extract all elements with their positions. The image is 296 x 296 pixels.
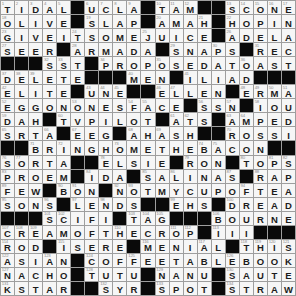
cell-r4c16[interactable]: 30P [212, 43, 225, 56]
cell-r8c4[interactable]: O [43, 99, 56, 112]
cell-r16c21[interactable]: E [282, 212, 295, 225]
cell-r1c13[interactable]: 11A [170, 1, 183, 14]
cell-r12c1[interactable]: 76S [1, 156, 14, 169]
cell-r14c17[interactable]: O [226, 184, 239, 197]
cell-r6c11[interactable]: E [141, 71, 154, 84]
cell-r16c6[interactable]: I [71, 212, 84, 225]
cell-r17c14[interactable]: 112P [184, 226, 197, 239]
cell-r7c1[interactable]: 42E [1, 85, 14, 98]
cell-r1c8[interactable]: 7C [99, 1, 112, 14]
cell-r15c19[interactable]: E [254, 198, 267, 211]
cell-r9c18[interactable]: 64M [240, 113, 253, 126]
cell-r15c17[interactable]: 100D [226, 198, 239, 211]
cell-r18c7[interactable]: E [85, 240, 98, 253]
cell-r5c6[interactable]: T [71, 57, 84, 70]
cell-r8c19[interactable]: 58I [254, 99, 267, 112]
cell-r19c4[interactable]: 123A [43, 254, 56, 267]
cell-r15c4[interactable]: 96S [43, 198, 56, 211]
cell-r12c2[interactable]: 77O [15, 156, 28, 169]
cell-r11c14[interactable]: E [184, 141, 197, 154]
cell-r11c15[interactable]: 74B [198, 141, 211, 154]
cell-r10c3[interactable]: T [29, 127, 42, 140]
cell-r11c9[interactable]: 73O [113, 141, 126, 154]
cell-r5c19[interactable]: A [254, 57, 267, 70]
cell-r4c20[interactable]: E [268, 43, 281, 56]
cell-r8c10[interactable]: 54F [127, 99, 140, 112]
cell-r9c8[interactable]: I [99, 113, 112, 126]
cell-r14c3[interactable]: W [29, 184, 42, 197]
cell-r19c5[interactable]: N [57, 254, 70, 267]
cell-r8c9[interactable]: S [113, 99, 126, 112]
cell-r11c19[interactable]: N [254, 141, 267, 154]
cell-r20c9[interactable]: T [113, 268, 126, 281]
cell-r3c20[interactable]: L [268, 29, 281, 42]
cell-r20c5[interactable]: O [57, 268, 70, 281]
cell-r4c11[interactable]: A [141, 43, 154, 56]
cell-r15c14[interactable]: H [184, 198, 197, 211]
cell-r2c2[interactable]: L [15, 15, 28, 28]
cell-r18c18[interactable]: 118T [240, 240, 253, 253]
cell-r13c19[interactable]: 88R [254, 170, 267, 183]
cell-r14c21[interactable]: A [282, 184, 295, 197]
cell-r10c7[interactable]: E [85, 127, 98, 140]
cell-r1c7[interactable]: 6U [85, 1, 98, 14]
cell-r10c6[interactable]: 67E [71, 127, 84, 140]
cell-r13c5[interactable]: M [57, 170, 70, 183]
cell-r2c20[interactable]: I [268, 15, 281, 28]
cell-r9c21[interactable]: D [282, 113, 295, 126]
cell-r1c21[interactable]: 17E [282, 1, 295, 14]
cell-r10c21[interactable]: I [282, 127, 295, 140]
cell-r15c7[interactable]: E [85, 198, 98, 211]
cell-r13c17[interactable]: 87S [226, 170, 239, 183]
cell-r3c21[interactable]: A [282, 29, 295, 42]
cell-r13c12[interactable]: A [156, 170, 169, 183]
cell-r4c15[interactable]: A [198, 43, 211, 56]
cell-r3c10[interactable]: E [127, 29, 140, 42]
cell-r2c15[interactable]: 21H [198, 15, 211, 28]
cell-r2c7[interactable]: 19S [85, 15, 98, 28]
cell-r8c2[interactable]: G [15, 99, 28, 112]
cell-r8c7[interactable]: N [85, 99, 98, 112]
cell-r21c20[interactable]: A [268, 282, 281, 295]
cell-r7c9[interactable]: 45E [113, 85, 126, 98]
cell-r14c9[interactable]: 92N [113, 184, 126, 197]
cell-r13c20[interactable]: A [268, 170, 281, 183]
cell-r1c2[interactable]: 2I [15, 1, 28, 14]
cell-r15c8[interactable]: 98N [99, 198, 112, 211]
cell-r12c8[interactable]: 78E [99, 156, 112, 169]
cell-r19c9[interactable]: F [113, 254, 126, 267]
cell-r10c1[interactable]: 65S [1, 127, 14, 140]
cell-r9c14[interactable]: 62T [184, 113, 197, 126]
cell-r19c15[interactable]: B [198, 254, 211, 267]
cell-r6c4[interactable]: E [43, 71, 56, 84]
cell-r11c17[interactable]: C [226, 141, 239, 154]
cell-r18c1[interactable]: 114R [1, 240, 14, 253]
cell-r19c20[interactable]: O [268, 254, 281, 267]
cell-r3c9[interactable]: M [113, 29, 126, 42]
cell-r8c13[interactable]: E [170, 99, 183, 112]
cell-r18c6[interactable]: S [71, 240, 84, 253]
cell-r4c10[interactable]: D [127, 43, 140, 56]
cell-r18c19[interactable]: 119H [254, 240, 267, 253]
cell-r21c15[interactable]: T [198, 282, 211, 295]
cell-r5c9[interactable]: R [113, 57, 126, 70]
cell-r3c5[interactable]: I [57, 29, 70, 42]
cell-r14c6[interactable]: 91O [71, 184, 84, 197]
cell-r15c6[interactable]: 97L [71, 198, 84, 211]
cell-r17c4[interactable]: A [43, 226, 56, 239]
cell-r11c11[interactable]: E [141, 141, 154, 154]
cell-r20c20[interactable]: T [268, 268, 281, 281]
cell-r7c15[interactable]: E [198, 85, 211, 98]
cell-r14c11[interactable]: T [141, 184, 154, 197]
cell-r14c16[interactable]: P [212, 184, 225, 197]
cell-r5c16[interactable]: A [212, 57, 225, 70]
cell-r13c16[interactable]: A [212, 170, 225, 183]
cell-r20c4[interactable]: H [43, 268, 56, 281]
cell-r3c3[interactable]: V [29, 29, 42, 42]
cell-r3c12[interactable]: U [156, 29, 169, 42]
cell-r3c14[interactable]: C [184, 29, 197, 42]
cell-r1c1[interactable]: 1T [1, 1, 14, 14]
cell-r5c20[interactable]: S [268, 57, 281, 70]
cell-r11c16[interactable]: 75A [212, 141, 225, 154]
cell-r15c20[interactable]: A [268, 198, 281, 211]
cell-r14c12[interactable]: M [156, 184, 169, 197]
cell-r15c18[interactable]: R [240, 198, 253, 211]
cell-r5c12[interactable]: 35O [156, 57, 169, 70]
cell-r13c7[interactable]: 84I [85, 170, 98, 183]
cell-r20c14[interactable]: N [184, 268, 197, 281]
cell-r16c7[interactable]: F [85, 212, 98, 225]
cell-r20c21[interactable]: E [282, 268, 295, 281]
cell-r10c4[interactable]: 66A [43, 127, 56, 140]
cell-r1c10[interactable]: 9A [127, 1, 140, 14]
cell-r7c21[interactable]: 51A [282, 85, 295, 98]
cell-r7c2[interactable]: L [15, 85, 28, 98]
cell-r19c19[interactable]: O [254, 254, 267, 267]
cell-r19c13[interactable]: T [170, 254, 183, 267]
cell-r19c16[interactable]: L [212, 254, 225, 267]
cell-r3c18[interactable]: D [240, 29, 253, 42]
cell-r11c3[interactable]: 71B [29, 141, 42, 154]
cell-r11c13[interactable]: H [170, 141, 183, 154]
cell-r5c11[interactable]: P [141, 57, 154, 70]
cell-r11c18[interactable]: O [240, 141, 253, 154]
cell-r9c7[interactable]: P [85, 113, 98, 126]
cell-r4c17[interactable]: S [226, 43, 239, 56]
cell-r1c12[interactable]: 10T [156, 1, 169, 14]
cell-r2c3[interactable]: I [29, 15, 42, 28]
cell-r12c9[interactable]: L [113, 156, 126, 169]
cell-r17c7[interactable]: F [85, 226, 98, 239]
cell-r14c19[interactable]: T [254, 184, 267, 197]
cell-r7c4[interactable]: T [43, 85, 56, 98]
cell-r10c2[interactable]: R [15, 127, 28, 140]
cell-r17c1[interactable]: 107C [1, 226, 14, 239]
cell-r10c18[interactable]: O [240, 127, 253, 140]
cell-r17c3[interactable]: 109E [29, 226, 42, 239]
cell-r7c16[interactable]: N [212, 85, 225, 98]
cell-r4c19[interactable]: 31R [254, 43, 267, 56]
cell-r18c8[interactable]: R [99, 240, 112, 253]
cell-r20c18[interactable]: A [240, 268, 253, 281]
cell-r17c8[interactable]: T [99, 226, 112, 239]
cell-r8c11[interactable]: 55A [141, 99, 154, 112]
cell-r13c21[interactable]: P [282, 170, 295, 183]
cell-r20c3[interactable]: C [29, 268, 42, 281]
cell-r16c5[interactable]: 102C [57, 212, 70, 225]
cell-r10c8[interactable]: G [99, 127, 112, 140]
cell-r12c4[interactable]: T [43, 156, 56, 169]
cell-r1c18[interactable]: 14C [240, 1, 253, 14]
cell-r5c18[interactable]: 36O [240, 57, 253, 70]
cell-r9c10[interactable]: O [127, 113, 140, 126]
cell-r20c7[interactable]: 128T [85, 268, 98, 281]
cell-r3c11[interactable]: 25J [141, 29, 154, 42]
cell-r7c20[interactable]: 50M [268, 85, 281, 98]
cell-r2c9[interactable]: A [113, 15, 126, 28]
cell-r2c18[interactable]: O [240, 15, 253, 28]
cell-r18c16[interactable]: L [212, 240, 225, 253]
cell-r13c14[interactable]: I [184, 170, 197, 183]
cell-r7c19[interactable]: 49R [254, 85, 267, 98]
cell-r5c10[interactable]: O [127, 57, 140, 70]
cell-r18c11[interactable]: 116M [141, 240, 154, 253]
cell-r20c15[interactable]: U [198, 268, 211, 281]
cell-r15c1[interactable]: 95S [1, 198, 14, 211]
cell-r8c20[interactable]: O [268, 99, 281, 112]
cell-r21c17[interactable]: 134S [226, 282, 239, 295]
cell-r17c16[interactable]: 113I [212, 226, 225, 239]
cell-r19c14[interactable]: A [184, 254, 197, 267]
cell-r2c10[interactable]: P [127, 15, 140, 28]
cell-r11c8[interactable]: H [99, 141, 112, 154]
cell-r16c19[interactable]: R [254, 212, 267, 225]
cell-r20c10[interactable]: U [127, 268, 140, 281]
cell-r6c12[interactable]: N [156, 71, 169, 84]
cell-r21c2[interactable]: S [15, 282, 28, 295]
cell-r16c18[interactable]: U [240, 212, 253, 225]
cell-r7c14[interactable]: L [184, 85, 197, 98]
cell-r3c2[interactable]: I [15, 29, 28, 42]
cell-r21c12[interactable]: 133S [156, 282, 169, 295]
cell-r15c10[interactable]: S [127, 198, 140, 211]
cell-r14c13[interactable]: Y [170, 184, 183, 197]
cell-r8c3[interactable]: G [29, 99, 42, 112]
cell-r5c21[interactable]: T [282, 57, 295, 70]
cell-r1c19[interactable]: 15O [254, 1, 267, 14]
cell-r16c8[interactable]: I [99, 212, 112, 225]
cell-r10c14[interactable]: H [184, 127, 197, 140]
cell-r15c3[interactable]: N [29, 198, 42, 211]
cell-r19c11[interactable]: E [141, 254, 154, 267]
cell-r1c17[interactable]: 13S [226, 1, 239, 14]
cell-r9c11[interactable]: T [141, 113, 154, 126]
cell-r17c2[interactable]: 108R [15, 226, 28, 239]
cell-r10c13[interactable]: S [170, 127, 183, 140]
cell-r13c4[interactable]: E [43, 170, 56, 183]
cell-r1c5[interactable]: 5L [57, 1, 70, 14]
cell-r19c17[interactable]: 126E [226, 254, 239, 267]
cell-r19c8[interactable]: O [99, 254, 112, 267]
cell-r11c6[interactable]: N [71, 141, 84, 154]
cell-r10c12[interactable]: 69A [156, 127, 169, 140]
cell-r7c8[interactable]: 44N [99, 85, 112, 98]
cell-r13c13[interactable]: 86L [170, 170, 183, 183]
cell-r12c12[interactable]: E [156, 156, 169, 169]
cell-r15c2[interactable]: O [15, 198, 28, 211]
cell-r18c13[interactable]: N [170, 240, 183, 253]
cell-r4c7[interactable]: R [85, 43, 98, 56]
cell-r5c8[interactable]: 34P [99, 57, 112, 70]
cell-r5c4[interactable]: 32S [43, 57, 56, 70]
cell-r19c18[interactable]: B [240, 254, 253, 267]
cell-r6c3[interactable]: 39L [29, 71, 42, 84]
cell-r17c11[interactable]: C [141, 226, 154, 239]
cell-r18c20[interactable]: 120I [268, 240, 281, 253]
cell-r1c14[interactable]: 12M [184, 1, 197, 14]
cell-r7c13[interactable]: 47L [170, 85, 183, 98]
cell-r14c20[interactable]: E [268, 184, 281, 197]
cell-r5c14[interactable]: E [184, 57, 197, 70]
cell-r6c18[interactable]: D [240, 71, 253, 84]
cell-r14c10[interactable]: 93O [127, 184, 140, 197]
cell-r16c10[interactable]: 103T [127, 212, 140, 225]
cell-r12c18[interactable]: 80T [240, 156, 253, 169]
cell-r21c19[interactable]: R [254, 282, 267, 295]
cell-r2c13[interactable]: M [170, 15, 183, 28]
cell-r12c19[interactable]: O [254, 156, 267, 169]
cell-r18c9[interactable]: E [113, 240, 126, 253]
cell-r20c12[interactable]: 129N [156, 268, 169, 281]
cell-r2c14[interactable]: A [184, 15, 197, 28]
cell-r18c12[interactable]: E [156, 240, 169, 253]
cell-r17c13[interactable]: 111O [170, 226, 183, 239]
cell-r20c13[interactable]: A [170, 268, 183, 281]
cell-r17c17[interactable]: I [226, 226, 239, 239]
cell-r17c10[interactable]: E [127, 226, 140, 239]
cell-r18c14[interactable]: I [184, 240, 197, 253]
cell-r3c6[interactable]: 24T [71, 29, 84, 42]
cell-r11c10[interactable]: M [127, 141, 140, 154]
cell-r11c4[interactable]: R [43, 141, 56, 154]
cell-r20c2[interactable]: A [15, 268, 28, 281]
cell-r12c11[interactable]: I [141, 156, 154, 169]
cell-r6c10[interactable]: 40M [127, 71, 140, 84]
cell-r4c9[interactable]: A [113, 43, 126, 56]
cell-r9c1[interactable]: 59D [1, 113, 14, 126]
cell-r5c15[interactable]: D [198, 57, 211, 70]
cell-r13c8[interactable]: D [99, 170, 112, 183]
cell-r21c5[interactable]: R [57, 282, 70, 295]
cell-r19c10[interactable]: 125F [127, 254, 140, 267]
cell-r17c6[interactable]: O [71, 226, 84, 239]
cell-r8c16[interactable]: S [212, 99, 225, 112]
cell-r6c16[interactable]: I [212, 71, 225, 84]
cell-r2c5[interactable]: E [57, 15, 70, 28]
cell-r16c20[interactable]: N [268, 212, 281, 225]
cell-r13c2[interactable]: R [15, 170, 28, 183]
cell-r16c4[interactable]: 101S [43, 212, 56, 225]
cell-r12c14[interactable]: 79R [184, 156, 197, 169]
cell-r1c4[interactable]: 4A [43, 1, 56, 14]
cell-r17c18[interactable]: I [240, 226, 253, 239]
cell-r12c5[interactable]: A [57, 156, 70, 169]
cell-r4c21[interactable]: C [282, 43, 295, 56]
cell-r4c8[interactable]: M [99, 43, 112, 56]
cell-r10c11[interactable]: H [141, 127, 154, 140]
cell-r2c17[interactable]: 22H [226, 15, 239, 28]
cell-r19c3[interactable]: I [29, 254, 42, 267]
cell-r3c7[interactable]: S [85, 29, 98, 42]
cell-r9c20[interactable]: E [268, 113, 281, 126]
cell-r6c5[interactable]: T [57, 71, 70, 84]
cell-r3c1[interactable]: 23G [1, 29, 14, 42]
cell-r21c3[interactable]: T [29, 282, 42, 295]
cell-r2c12[interactable]: 20A [156, 15, 169, 28]
cell-r13c9[interactable]: A [113, 170, 126, 183]
cell-r21c9[interactable]: Y [113, 282, 126, 295]
cell-r2c4[interactable]: V [43, 15, 56, 28]
cell-r12c15[interactable]: O [198, 156, 211, 169]
cell-r21c13[interactable]: P [170, 282, 183, 295]
cell-r1c3[interactable]: 3D [29, 1, 42, 14]
cell-r16c17[interactable]: O [226, 212, 239, 225]
cell-r12c20[interactable]: 81P [268, 156, 281, 169]
cell-r6c6[interactable]: E [71, 71, 84, 84]
cell-r21c10[interactable]: R [127, 282, 140, 295]
cell-r18c3[interactable]: D [29, 240, 42, 253]
cell-r10c10[interactable]: 68A [127, 127, 140, 140]
cell-r8c1[interactable]: 52E [1, 99, 14, 112]
cell-r4c6[interactable]: 28A [71, 43, 84, 56]
cell-r10c19[interactable]: S [254, 127, 267, 140]
cell-r12c21[interactable]: 82S [282, 156, 295, 169]
cell-r21c1[interactable]: 131K [1, 282, 14, 295]
cell-r4c3[interactable]: E [29, 43, 42, 56]
cell-r12c16[interactable]: N [212, 156, 225, 169]
cell-r14c18[interactable]: 94F [240, 184, 253, 197]
cell-r21c18[interactable]: T [240, 282, 253, 295]
cell-r15c21[interactable]: D [282, 198, 295, 211]
cell-r16c12[interactable]: 105G [156, 212, 169, 225]
cell-r19c2[interactable]: S [15, 254, 28, 267]
cell-r21c4[interactable]: A [43, 282, 56, 295]
cell-r19c7[interactable]: 124C [85, 254, 98, 267]
cell-r9c19[interactable]: P [254, 113, 267, 126]
cell-r20c17[interactable]: 130S [226, 268, 239, 281]
cell-r14c5[interactable]: 90B [57, 184, 70, 197]
cell-r9c3[interactable]: H [29, 113, 42, 126]
cell-r21c14[interactable]: O [184, 282, 197, 295]
cell-r2c1[interactable]: 18O [1, 15, 14, 28]
cell-r17c12[interactable]: R [156, 226, 169, 239]
cell-r13c15[interactable]: N [198, 170, 211, 183]
cell-r9c6[interactable]: V [71, 113, 84, 126]
cell-r4c14[interactable]: N [184, 43, 197, 56]
cell-r11c7[interactable]: G [85, 141, 98, 154]
cell-r14c1[interactable]: 89F [1, 184, 14, 197]
cell-r5c13[interactable]: S [170, 57, 183, 70]
cell-r15c13[interactable]: 99E [170, 198, 183, 211]
cell-r18c5[interactable]: 115I [57, 240, 70, 253]
cell-r9c2[interactable]: A [15, 113, 28, 126]
cell-r17c9[interactable]: 110H [113, 226, 126, 239]
cell-r18c21[interactable]: 121S [282, 240, 295, 253]
